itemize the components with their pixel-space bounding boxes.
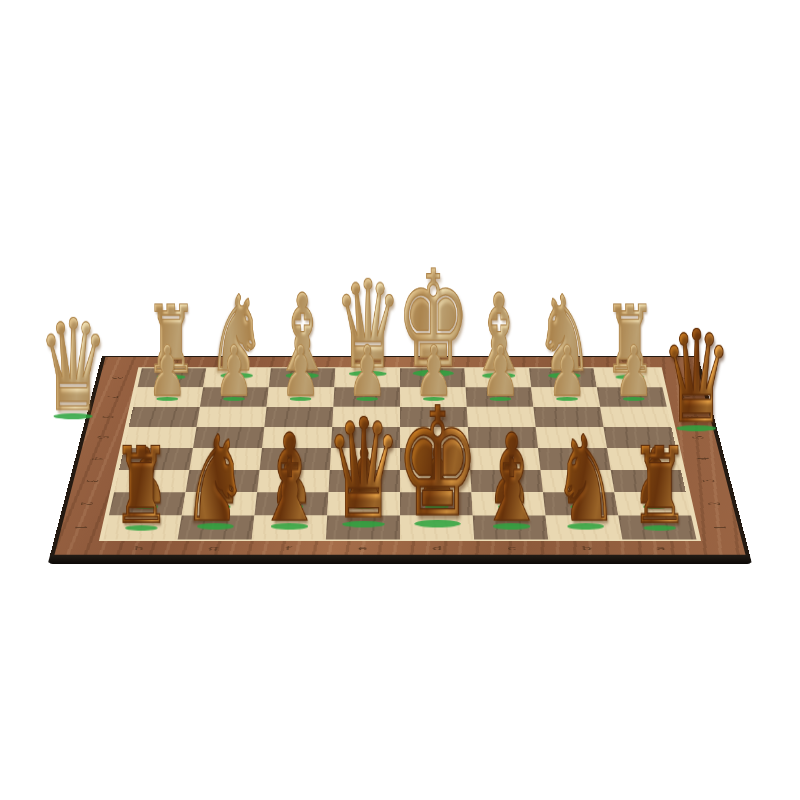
square-a3 (611, 470, 686, 492)
square-f7: ♟ (267, 387, 335, 407)
file-labels-far: hgfedcba (142, 358, 657, 365)
square-e7: ♟ (333, 387, 400, 407)
square-d5 (400, 427, 469, 448)
file-label-far-a: a (592, 358, 658, 365)
file-label-far-c: c (464, 358, 529, 365)
square-a1: ♜ (618, 515, 696, 539)
square-b7: ♟ (531, 387, 600, 407)
square-g1: ♞ (178, 515, 255, 539)
square-b6 (533, 407, 603, 427)
file-label-c: c (474, 544, 549, 553)
square-b2: ♟ (543, 492, 618, 515)
file-label-far-b: b (528, 358, 593, 365)
square-g2: ♟ (182, 492, 257, 515)
square-a2: ♟ (614, 492, 691, 515)
square-e6 (332, 407, 400, 427)
square-f6 (264, 407, 333, 427)
piece-light-rook: ♜ (124, 293, 218, 386)
rank-label-8: 8 (84, 374, 151, 381)
square-e1: ♛ (326, 515, 400, 539)
square-c8: ♝ (465, 368, 532, 387)
square-e3 (329, 470, 400, 492)
rank-label-right-6: 6 (658, 413, 727, 421)
square-f2: ♟ (254, 492, 328, 515)
extra-light-queen: ♛ (24, 303, 122, 429)
board-inlay-line: ♜♞♝♛♚♝♞♜♟♟♟♟♟♟♟♟♟♟♟♟♟♟♟♟♜♞♝♛♚♝♞♜ (99, 367, 701, 541)
square-e2: ♟ (327, 492, 400, 515)
square-a4 (607, 448, 681, 470)
square-c3 (470, 470, 543, 492)
rank-label-6: 6 (73, 413, 142, 421)
chess-set-product-photo: ♜♞♝♛♚♝♞♜♟♟♟♟♟♟♟♟♟♟♟♟♟♟♟♟♜♞♝♛♚♝♞♜ hgfedcb… (0, 0, 800, 800)
square-f1: ♝ (252, 515, 327, 539)
rank-label-5: 5 (67, 433, 137, 441)
rank-label-7: 7 (78, 393, 146, 400)
square-h1: ♜ (104, 515, 182, 539)
square-g3 (186, 470, 260, 492)
rank-label-right-5: 5 (662, 433, 732, 441)
square-c7: ♟ (466, 387, 534, 407)
square-d4 (400, 448, 470, 470)
square-h2: ♟ (109, 492, 186, 515)
square-g6 (197, 407, 267, 427)
square-g5 (193, 427, 264, 448)
file-label-e: e (325, 544, 400, 553)
file-label-h: h (101, 544, 177, 553)
square-g7: ♟ (200, 387, 269, 407)
square-g8: ♞ (203, 368, 271, 387)
square-e5 (331, 427, 400, 448)
square-f8: ♝ (269, 368, 336, 387)
square-b8: ♞ (529, 368, 597, 387)
piece-light-king: ♚ (386, 253, 480, 386)
square-h3 (114, 470, 189, 492)
square-b3 (540, 470, 614, 492)
square-d8: ♚ (400, 368, 466, 387)
file-label-far-d: d (400, 358, 464, 365)
board-frame: ♜♞♝♛♚♝♞♜♟♟♟♟♟♟♟♟♟♟♟♟♟♟♟♟♜♞♝♛♚♝♞♜ hgfedcb… (50, 356, 750, 556)
file-label-far-e: e (336, 358, 400, 365)
square-d2: ♟ (400, 492, 473, 515)
square-b4 (538, 448, 611, 470)
square-c5 (468, 427, 538, 448)
file-label-far-f: f (271, 358, 336, 365)
square-d1: ♚ (400, 515, 474, 539)
board-edge-rim (48, 555, 753, 565)
square-g4 (189, 448, 262, 470)
square-c2: ♟ (471, 492, 545, 515)
rank-label-right-7: 7 (654, 393, 722, 400)
square-e4 (330, 448, 400, 470)
square-d7: ♟ (400, 387, 467, 407)
file-label-b: b (549, 544, 625, 553)
rank-label-right-8: 8 (650, 374, 717, 381)
square-d3 (400, 470, 471, 492)
square-f4 (260, 448, 331, 470)
square-c1: ♝ (473, 515, 548, 539)
file-label-f: f (250, 544, 325, 553)
square-b5 (536, 427, 607, 448)
file-label-far-g: g (207, 358, 272, 365)
file-label-d: d (400, 544, 475, 553)
square-f3 (257, 470, 330, 492)
file-label-far-h: h (142, 358, 208, 365)
square-b1: ♞ (546, 515, 623, 539)
board-grid: ♜♞♝♛♚♝♞♜♟♟♟♟♟♟♟♟♟♟♟♟♟♟♟♟♜♞♝♛♚♝♞♜ (104, 368, 697, 539)
file-label-a: a (623, 544, 699, 553)
piece-golden-knight: ♞ (162, 420, 268, 538)
file-labels-near: hgfedcba (101, 544, 700, 553)
file-label-g: g (175, 544, 251, 553)
piece-golden-knight: ♞ (532, 420, 638, 538)
square-e8: ♛ (334, 368, 400, 387)
square-h4 (119, 448, 193, 470)
square-c4 (469, 448, 540, 470)
square-c6 (467, 407, 536, 427)
chess-board: ♜♞♝♛♚♝♞♜♟♟♟♟♟♟♟♟♟♟♟♟♟♟♟♟♜♞♝♛♚♝♞♜ hgfedcb… (50, 356, 750, 556)
square-f5 (262, 427, 332, 448)
square-d6 (400, 407, 468, 427)
